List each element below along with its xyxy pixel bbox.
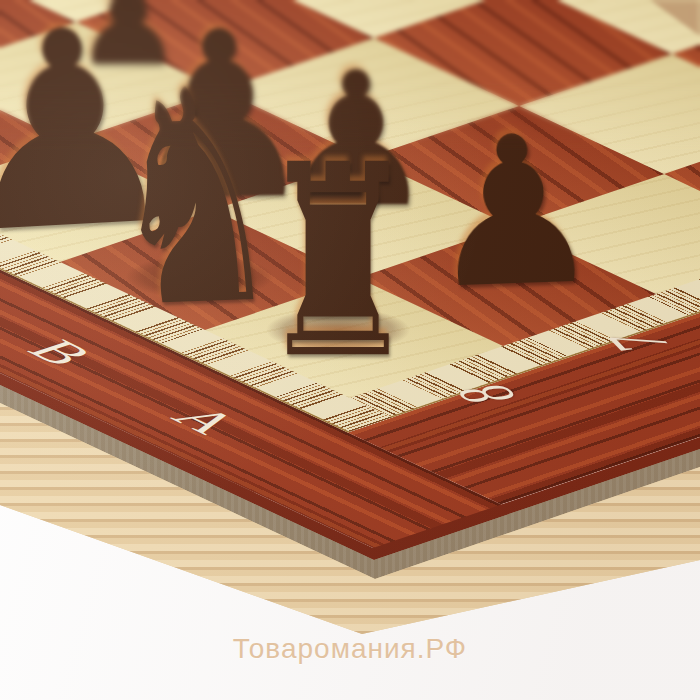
photo-stage: A B 8 7 ♜♞♟♟♟♟♟ Товаромания.РФ bbox=[0, 0, 700, 700]
watermark-text: Товаромания.РФ bbox=[0, 633, 700, 665]
piece-rook-a8: ♜ bbox=[257, 130, 419, 395]
piece-pawn-a7: ♟ bbox=[423, 107, 605, 318]
